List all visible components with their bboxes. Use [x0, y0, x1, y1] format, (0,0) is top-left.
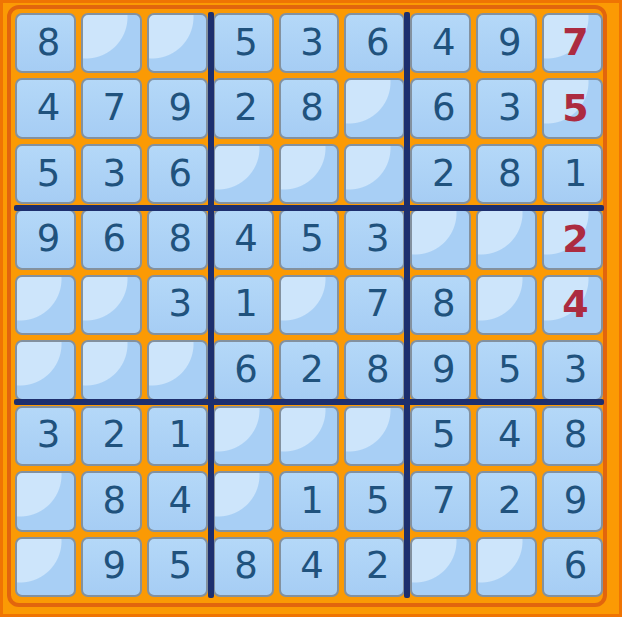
given-digit: 8 — [498, 155, 522, 192]
cell-r4c6: 3 — [344, 209, 405, 269]
given-digit: 3 — [103, 155, 127, 192]
cell-r6c3[interactable] — [147, 340, 208, 400]
given-digit: 1 — [234, 285, 258, 322]
cell-r5c4: 1 — [213, 275, 274, 335]
cell-r5c3: 3 — [147, 275, 208, 335]
given-digit: 4 — [234, 220, 258, 257]
given-digit: 6 — [103, 220, 127, 257]
given-digit: 5 — [300, 220, 324, 257]
cell-r2c9[interactable]: 5 — [542, 78, 603, 138]
given-digit: 8 — [234, 547, 258, 584]
given-digit: 2 — [234, 89, 258, 126]
cell-r4c2: 6 — [81, 209, 142, 269]
cell-r4c5: 5 — [279, 209, 340, 269]
cell-r3c6[interactable] — [344, 144, 405, 204]
cell-r2c1: 4 — [15, 78, 76, 138]
cell-r8c1[interactable] — [15, 471, 76, 531]
cell-r4c9[interactable]: 2 — [542, 209, 603, 269]
box-divider-horizontal-1 — [14, 205, 604, 211]
given-digit: 4 — [498, 416, 522, 453]
given-digit: 7 — [103, 89, 127, 126]
box-divider-vertical-1 — [208, 12, 214, 598]
given-digit: 3 — [37, 416, 61, 453]
given-digit: 9 — [37, 220, 61, 257]
cell-r7c4[interactable] — [213, 406, 274, 466]
cell-r4c7[interactable] — [410, 209, 471, 269]
cell-r8c4[interactable] — [213, 471, 274, 531]
given-digit: 4 — [37, 89, 61, 126]
cell-r4c4: 4 — [213, 209, 274, 269]
cell-r2c3: 9 — [147, 78, 208, 138]
cell-r7c5[interactable] — [279, 406, 340, 466]
cell-r8c3: 4 — [147, 471, 208, 531]
given-digit: 8 — [300, 89, 324, 126]
cell-r4c1: 9 — [15, 209, 76, 269]
cell-r2c7: 6 — [410, 78, 471, 138]
given-digit: 6 — [234, 351, 258, 388]
cell-r8c7: 7 — [410, 471, 471, 531]
given-digit: 3 — [300, 24, 324, 61]
cell-r6c7: 9 — [410, 340, 471, 400]
cell-r9c8[interactable] — [476, 537, 537, 597]
cell-r1c1: 8 — [15, 13, 76, 73]
given-digit: 9 — [103, 547, 127, 584]
given-digit: 5 — [37, 155, 61, 192]
cell-r4c8[interactable] — [476, 209, 537, 269]
cell-r7c7: 5 — [410, 406, 471, 466]
cell-r3c1: 5 — [15, 144, 76, 204]
cell-r5c9[interactable]: 4 — [542, 275, 603, 335]
given-digit: 6 — [168, 155, 192, 192]
given-digit: 2 — [498, 482, 522, 519]
cell-r6c6: 8 — [344, 340, 405, 400]
given-digit: 8 — [564, 416, 588, 453]
given-digit: 3 — [564, 351, 588, 388]
cell-r5c6: 7 — [344, 275, 405, 335]
given-digit: 1 — [168, 416, 192, 453]
user-digit: 5 — [562, 89, 588, 127]
cell-r2c5: 8 — [279, 78, 340, 138]
cell-r3c3: 6 — [147, 144, 208, 204]
cell-r7c8: 4 — [476, 406, 537, 466]
given-digit: 5 — [168, 547, 192, 584]
given-digit: 6 — [432, 89, 456, 126]
given-digit: 1 — [300, 482, 324, 519]
given-digit: 3 — [168, 285, 192, 322]
cell-r3c8: 8 — [476, 144, 537, 204]
given-digit: 9 — [432, 351, 456, 388]
cell-r5c2[interactable] — [81, 275, 142, 335]
cell-r9c6: 2 — [344, 537, 405, 597]
given-digit: 5 — [234, 24, 258, 61]
cell-r9c9: 6 — [542, 537, 603, 597]
cell-r2c4: 2 — [213, 78, 274, 138]
given-digit: 8 — [37, 24, 61, 61]
cell-r9c7[interactable] — [410, 537, 471, 597]
cell-r6c2[interactable] — [81, 340, 142, 400]
box-divider-vertical-2 — [404, 12, 410, 598]
cell-r9c1[interactable] — [15, 537, 76, 597]
given-digit: 1 — [564, 155, 588, 192]
cell-r1c2[interactable] — [81, 13, 142, 73]
given-digit: 3 — [366, 220, 390, 257]
cell-r3c5[interactable] — [279, 144, 340, 204]
cell-r4c3: 8 — [147, 209, 208, 269]
user-digit: 4 — [562, 285, 588, 323]
given-digit: 5 — [498, 351, 522, 388]
given-digit: 8 — [366, 351, 390, 388]
cell-r8c5: 1 — [279, 471, 340, 531]
cell-r8c6: 5 — [344, 471, 405, 531]
given-digit: 9 — [168, 89, 192, 126]
cell-r9c5: 4 — [279, 537, 340, 597]
given-digit: 8 — [103, 482, 127, 519]
cell-r3c2: 3 — [81, 144, 142, 204]
given-digit: 7 — [432, 482, 456, 519]
cell-r5c7: 8 — [410, 275, 471, 335]
cell-r6c4: 6 — [213, 340, 274, 400]
cell-r9c4: 8 — [213, 537, 274, 597]
cell-r2c2: 7 — [81, 78, 142, 138]
given-digit: 5 — [432, 416, 456, 453]
given-digit: 9 — [498, 24, 522, 61]
cell-r1c7: 4 — [410, 13, 471, 73]
given-digit: 2 — [103, 416, 127, 453]
cell-r1c4: 5 — [213, 13, 274, 73]
cell-r6c5: 2 — [279, 340, 340, 400]
cell-r2c6[interactable] — [344, 78, 405, 138]
given-digit: 7 — [366, 285, 390, 322]
cell-r1c9[interactable]: 7 — [542, 13, 603, 73]
sudoku-board: 8536497479286355362819684532317846289533… — [15, 13, 603, 597]
cell-r5c1[interactable] — [15, 275, 76, 335]
cell-r7c3: 1 — [147, 406, 208, 466]
cell-r8c9: 9 — [542, 471, 603, 531]
given-digit: 5 — [366, 482, 390, 519]
sudoku-app: 8536497479286355362819684532317846289533… — [0, 0, 622, 617]
cell-r9c2: 9 — [81, 537, 142, 597]
cell-r8c8: 2 — [476, 471, 537, 531]
box-divider-horizontal-2 — [14, 399, 604, 405]
cell-r3c7: 2 — [410, 144, 471, 204]
cell-r5c5[interactable] — [279, 275, 340, 335]
given-digit: 4 — [168, 482, 192, 519]
cell-r1c3[interactable] — [147, 13, 208, 73]
given-digit: 6 — [564, 547, 588, 584]
cell-r7c6[interactable] — [344, 406, 405, 466]
cell-r7c9: 8 — [542, 406, 603, 466]
cell-r8c2: 8 — [81, 471, 142, 531]
cell-r7c2: 2 — [81, 406, 142, 466]
given-digit: 9 — [564, 482, 588, 519]
cell-r6c9: 3 — [542, 340, 603, 400]
cell-r9c3: 5 — [147, 537, 208, 597]
cell-r1c5: 3 — [279, 13, 340, 73]
cell-r6c8: 5 — [476, 340, 537, 400]
cell-r6c1[interactable] — [15, 340, 76, 400]
user-digit: 7 — [562, 23, 588, 61]
cell-r1c6: 6 — [344, 13, 405, 73]
given-digit: 6 — [366, 24, 390, 61]
given-digit: 2 — [366, 547, 390, 584]
given-digit: 2 — [300, 351, 324, 388]
given-digit: 8 — [168, 220, 192, 257]
cell-r1c8: 9 — [476, 13, 537, 73]
given-digit: 2 — [432, 155, 456, 192]
cell-r3c4[interactable] — [213, 144, 274, 204]
cell-r3c9: 1 — [542, 144, 603, 204]
given-digit: 4 — [432, 24, 456, 61]
given-digit: 8 — [432, 285, 456, 322]
user-digit: 2 — [562, 220, 588, 258]
cell-r5c8[interactable] — [476, 275, 537, 335]
given-digit: 4 — [300, 547, 324, 584]
cell-r2c8: 3 — [476, 78, 537, 138]
given-digit: 3 — [498, 89, 522, 126]
cell-r7c1: 3 — [15, 406, 76, 466]
